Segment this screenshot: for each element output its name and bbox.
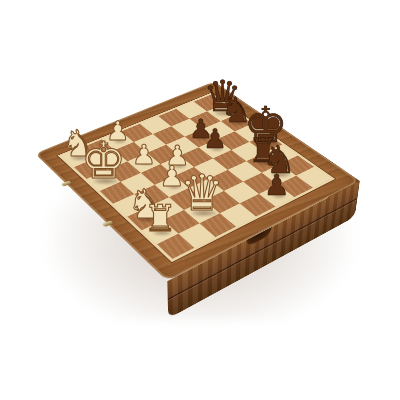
square-f4[interactable] — [209, 170, 243, 191]
square-g3[interactable] — [243, 173, 278, 194]
square-h5[interactable] — [220, 203, 256, 226]
square-e5[interactable] — [175, 167, 209, 188]
square-c8[interactable] — [87, 170, 121, 191]
square-h6[interactable] — [199, 213, 236, 237]
square-g2[interactable] — [262, 164, 296, 185]
square-g4[interactable] — [224, 182, 259, 204]
square-h1[interactable] — [296, 167, 331, 188]
square-e8[interactable] — [113, 194, 148, 217]
square-h8[interactable] — [157, 234, 194, 259]
square-h3[interactable] — [259, 185, 294, 207]
square-h7[interactable] — [178, 223, 215, 248]
square-d8[interactable] — [100, 182, 135, 204]
square-d7[interactable] — [120, 173, 154, 194]
square-g6[interactable] — [184, 200, 220, 223]
square-f8[interactable] — [127, 207, 163, 230]
square-g7[interactable] — [163, 210, 199, 234]
square-e7[interactable] — [134, 185, 169, 207]
square-e6[interactable] — [155, 176, 189, 197]
product-photo-scene: ♞♟♛♚♟♟♞♟♟♟♚♞♜♜♛♞♟ — [0, 0, 400, 400]
square-f7[interactable] — [148, 197, 184, 220]
square-d6[interactable] — [141, 164, 175, 185]
square-g5[interactable] — [204, 191, 239, 213]
square-h2[interactable] — [278, 176, 313, 197]
square-f5[interactable] — [189, 179, 224, 201]
square-f6[interactable] — [169, 188, 204, 210]
square-h4[interactable] — [240, 194, 276, 217]
square-g8[interactable] — [142, 220, 179, 244]
